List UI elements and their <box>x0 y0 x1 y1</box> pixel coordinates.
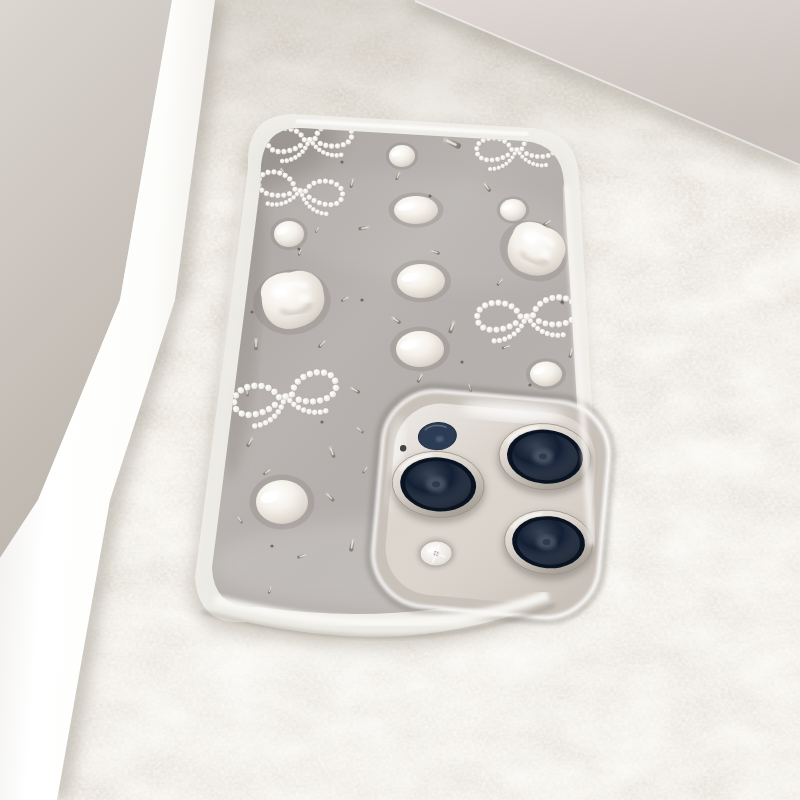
pearl-round <box>250 475 315 530</box>
speck <box>360 298 363 301</box>
speck <box>340 160 343 163</box>
photo-scene <box>0 0 800 800</box>
speck <box>320 420 323 423</box>
pearl-round <box>391 260 451 303</box>
flake <box>254 338 258 350</box>
speck <box>560 300 563 303</box>
scene-svg <box>0 0 800 800</box>
pearl-round <box>389 193 444 228</box>
speck <box>270 544 273 547</box>
pearl-round <box>270 218 308 251</box>
pearl-round <box>526 358 566 389</box>
pearl-round <box>386 142 419 170</box>
clear-phone-case <box>195 101 618 637</box>
pearl-round <box>390 327 450 372</box>
speck <box>250 310 253 313</box>
speck <box>460 360 463 363</box>
pearl-round <box>497 196 530 224</box>
